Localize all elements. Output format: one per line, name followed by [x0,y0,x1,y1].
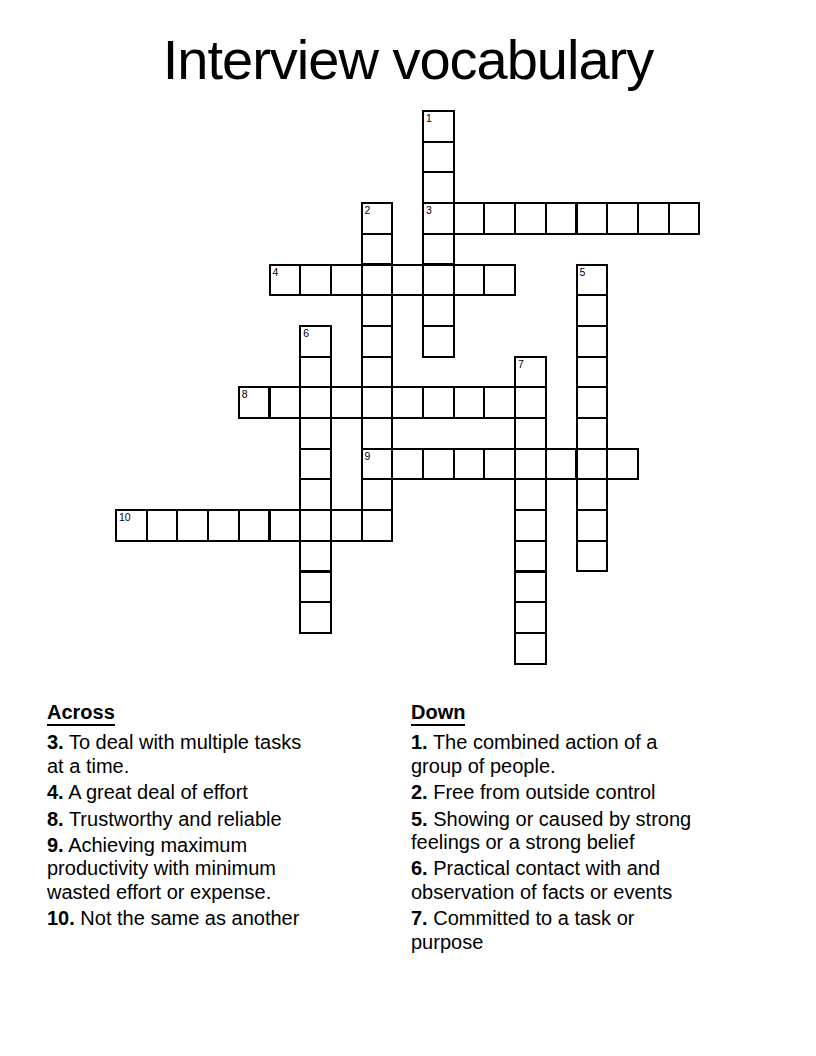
grid-cell[interactable] [238,509,271,542]
grid-cell[interactable] [361,509,394,542]
grid-cell[interactable] [453,386,486,419]
clue-number: 10. [47,907,75,929]
clue-item: 7. Committed to a task orpurpose [411,907,779,954]
grid-cell[interactable] [422,325,455,358]
clue-text-line: 6. Practical contact with and [411,857,779,880]
grid-cell[interactable]: 6 [299,325,332,358]
grid-cell[interactable] [299,356,332,389]
grid-cell[interactable] [422,264,455,297]
down-clue-list: 1. The combined action of agroup of peop… [411,731,779,954]
clue-number-label: 7 [518,358,524,370]
grid-cell[interactable] [576,417,609,450]
grid-cell[interactable] [422,233,455,266]
grid-cell[interactable] [299,571,332,604]
clue-number: 8. [47,808,64,830]
puzzle-title: Interview vocabulary [0,31,816,89]
clue-item: 5. Showing or caused by strongfeelings o… [411,808,779,855]
grid-cell[interactable] [422,171,455,204]
clue-number: 1. [411,731,428,753]
across-clues-section: Across 3. To deal with multiple tasksat … [47,701,399,934]
clue-number: 3. [47,731,64,753]
grid-cell[interactable] [361,264,394,297]
grid-cell[interactable] [483,202,516,235]
grid-cell[interactable] [514,478,547,511]
grid-cell[interactable] [299,417,332,450]
grid-cell[interactable]: 5 [576,264,609,297]
across-heading-row: Across [47,701,399,726]
grid-cell[interactable] [545,202,578,235]
grid-cell[interactable] [576,202,609,235]
grid-cell[interactable] [514,540,547,573]
clue-item: 2. Free from outside control [411,781,779,804]
grid-cell[interactable] [422,386,455,419]
clue-number-label: 2 [365,204,371,216]
grid-cell[interactable]: 4 [269,264,302,297]
grid-cell[interactable] [361,233,394,266]
grid-cell[interactable]: 7 [514,356,547,389]
grid-cell[interactable] [453,202,486,235]
grid-cell[interactable] [514,509,547,542]
grid-cell[interactable] [361,478,394,511]
clue-text-line: feelings or a strong belief [411,831,779,854]
grid-cell[interactable] [514,571,547,604]
clue-text-line: group of people. [411,755,779,778]
clue-item: 3. To deal with multiple tasksat a time. [47,731,399,778]
clue-text-line: productivity with minimum [47,857,399,880]
grid-cell[interactable] [207,509,240,542]
grid-cell[interactable]: 10 [115,509,148,542]
clue-text-line: 5. Showing or caused by strong [411,808,779,831]
grid-cell[interactable]: 1 [422,110,455,143]
clue-number-label: 9 [365,450,371,462]
grid-cell[interactable] [391,264,424,297]
grid-cell[interactable]: 8 [238,386,271,419]
grid-cell[interactable] [422,294,455,327]
crossword-grid: 12345678910 [115,110,701,666]
clue-text-line: 9. Achieving maximum [47,834,399,857]
grid-cell[interactable] [576,325,609,358]
grid-cell[interactable] [299,448,332,481]
grid-cell[interactable] [299,509,332,542]
clue-number: 9. [47,834,64,856]
grid-cell[interactable] [545,448,578,481]
grid-cell[interactable] [576,356,609,389]
clue-number-label: 4 [273,266,279,278]
grid-cell[interactable]: 3 [422,202,455,235]
clue-number-label: 10 [119,511,131,523]
grid-cell[interactable] [361,325,394,358]
clue-text-line: 1. The combined action of a [411,731,779,754]
clue-number-label: 1 [426,112,432,124]
clue-text-line: purpose [411,931,779,954]
grid-cell[interactable] [514,417,547,450]
grid-cell[interactable] [299,601,332,634]
clue-text-line: 2. Free from outside control [411,781,779,804]
clue-text-line: observation of facts or events [411,881,779,904]
grid-cell[interactable] [483,386,516,419]
across-clue-list: 3. To deal with multiple tasksat a time.… [47,731,399,930]
grid-cell[interactable] [637,202,670,235]
clue-number-label: 6 [303,327,309,339]
clue-text-line: 8. Trustworthy and reliable [47,808,399,831]
clue-item: 10. Not the same as another [47,907,399,930]
grid-cell[interactable] [453,264,486,297]
grid-cell[interactable] [269,386,302,419]
grid-cell[interactable] [299,478,332,511]
grid-cell[interactable] [514,632,547,665]
grid-cell[interactable] [576,509,609,542]
clue-number: 4. [47,781,64,803]
down-clues-section: Down 1. The combined action of agroup of… [411,701,779,957]
clue-number: 7. [411,907,428,929]
clue-number-label: 3 [426,204,432,216]
grid-cell[interactable] [330,509,363,542]
clue-item: 1. The combined action of agroup of peop… [411,731,779,778]
grid-cell[interactable] [330,386,363,419]
clue-number: 5. [411,808,428,830]
grid-cell[interactable] [576,478,609,511]
grid-cell[interactable] [576,448,609,481]
grid-cell[interactable] [176,509,209,542]
grid-cell[interactable] [606,448,639,481]
clue-text-line: at a time. [47,755,399,778]
grid-cell[interactable] [483,448,516,481]
clue-text-line: 3. To deal with multiple tasks [47,731,399,754]
grid-cell[interactable]: 9 [361,448,394,481]
clue-item: 9. Achieving maximumproductivity with mi… [47,834,399,904]
grid-cell[interactable] [146,509,179,542]
grid-cell[interactable] [361,294,394,327]
grid-cell[interactable] [361,417,394,450]
clue-number-label: 5 [580,266,586,278]
grid-cell[interactable] [299,264,332,297]
grid-cell[interactable] [391,448,424,481]
grid-cell[interactable] [514,386,547,419]
clue-item: 4. A great deal of effort [47,781,399,804]
clue-number-label: 8 [242,388,248,400]
grid-cell[interactable] [514,601,547,634]
grid-cell[interactable] [330,264,363,297]
clue-text-line: wasted effort or expense. [47,881,399,904]
grid-cell[interactable] [514,448,547,481]
grid-cell[interactable] [269,509,302,542]
clue-text-line: 4. A great deal of effort [47,781,399,804]
grid-cell[interactable] [606,202,639,235]
grid-cell[interactable] [422,448,455,481]
down-heading-row: Down [411,701,779,726]
grid-cell[interactable] [576,540,609,573]
grid-cell[interactable] [668,202,701,235]
grid-cell[interactable] [422,141,455,174]
clue-text-line: 7. Committed to a task or [411,907,779,930]
across-heading: Across [47,701,115,726]
grid-cell[interactable] [299,540,332,573]
clue-text-line: 10. Not the same as another [47,907,399,930]
grid-cell[interactable] [361,356,394,389]
grid-cell[interactable] [576,294,609,327]
grid-cell[interactable]: 2 [361,202,394,235]
grid-cell[interactable] [299,386,332,419]
grid-cell[interactable] [361,386,394,419]
grid-cell[interactable] [514,202,547,235]
grid-cell[interactable] [391,386,424,419]
clue-item: 8. Trustworthy and reliable [47,808,399,831]
clue-number: 6. [411,857,428,879]
grid-cell[interactable] [576,386,609,419]
grid-cell[interactable] [483,264,516,297]
clue-number: 2. [411,781,428,803]
grid-cell[interactable] [453,448,486,481]
clue-item: 6. Practical contact with andobservation… [411,857,779,904]
down-heading: Down [411,701,465,726]
